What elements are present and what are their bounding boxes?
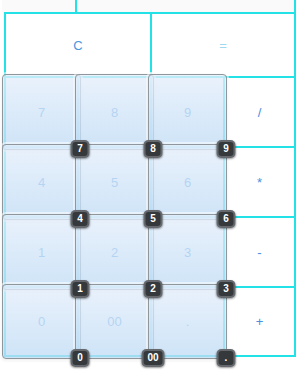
- calculator-app: C = 7 8 9 / 4 5 6 * 1 2 3 - 0 00 . + 7 8…: [0, 0, 300, 381]
- key-divide[interactable]: /: [225, 78, 294, 146]
- som-badge-7: 7: [71, 140, 90, 158]
- som-highlight-8: 8: [75, 74, 154, 150]
- som-badge-5: 5: [144, 210, 163, 228]
- display-field-edge: [75, 0, 77, 12]
- key-multiply[interactable]: *: [225, 148, 294, 216]
- som-highlight-9: 9: [148, 74, 227, 150]
- som-badge-decimal: .: [217, 349, 236, 367]
- som-badge-4: 4: [71, 210, 90, 228]
- key-equals[interactable]: =: [152, 14, 294, 76]
- som-highlight-7: 7: [2, 74, 81, 150]
- som-badge-9: 9: [217, 140, 236, 158]
- som-badge-00: 00: [141, 349, 164, 367]
- calculator-display-input[interactable]: [2, 0, 294, 12]
- som-highlight-0: 0: [2, 284, 81, 359]
- som-badge-8: 8: [144, 140, 163, 158]
- som-badge-2: 2: [144, 280, 163, 298]
- som-highlight-1: 1: [2, 214, 81, 290]
- som-badge-1: 1: [71, 280, 90, 298]
- key-clear[interactable]: C: [6, 14, 150, 76]
- key-add[interactable]: +: [225, 288, 294, 355]
- key-subtract[interactable]: -: [225, 218, 294, 286]
- som-badge-3: 3: [217, 280, 236, 298]
- som-highlight-4: 4: [2, 144, 81, 220]
- som-badge-0: 0: [71, 349, 90, 367]
- som-badge-6: 6: [217, 210, 236, 228]
